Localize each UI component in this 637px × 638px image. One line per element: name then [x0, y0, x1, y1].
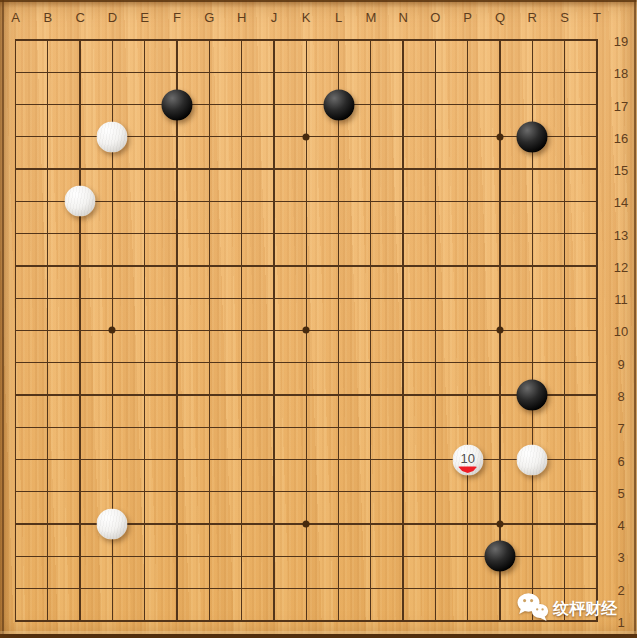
- column-label: T: [593, 10, 601, 23]
- star-point: [303, 327, 310, 334]
- column-label: B: [43, 10, 52, 23]
- row-label: 2: [617, 583, 624, 596]
- board-edge-bottom: [0, 634, 637, 638]
- column-label: N: [398, 10, 407, 23]
- column-label: K: [302, 10, 311, 23]
- watermark: 纹枰财经: [516, 592, 617, 626]
- stone-white-D4: [97, 509, 128, 540]
- grid-vertical-line: [402, 39, 403, 621]
- stone-white-R6: [517, 444, 548, 475]
- board-edge-top-band: [0, 2, 637, 8]
- wechat-icon: [516, 592, 549, 626]
- row-label: 1: [617, 615, 624, 628]
- grid-vertical-line: [467, 39, 468, 621]
- row-label: 14: [614, 196, 628, 209]
- row-label: 11: [614, 293, 628, 306]
- grid-vertical-line: [596, 39, 597, 621]
- grid-vertical-line: [435, 39, 436, 621]
- stone-white-C14: [65, 186, 96, 217]
- row-label: 7: [617, 422, 624, 435]
- grid-horizontal-line: [15, 362, 598, 363]
- column-label: E: [140, 10, 149, 23]
- stone-black-F17: [162, 89, 193, 120]
- stone-black-R16: [517, 121, 548, 152]
- column-label: D: [108, 10, 117, 23]
- column-label: S: [560, 10, 569, 23]
- column-label: R: [528, 10, 537, 23]
- row-label: 19: [614, 35, 628, 48]
- column-label: H: [237, 10, 246, 23]
- watermark-text: 纹枰财经: [553, 601, 617, 617]
- grid-vertical-line: [338, 39, 339, 621]
- grid-horizontal-line: [15, 427, 598, 428]
- stone-black-Q3: [485, 541, 516, 572]
- column-label: Q: [495, 10, 505, 23]
- star-point: [303, 521, 310, 528]
- column-label: O: [430, 10, 440, 23]
- column-label: A: [11, 10, 20, 23]
- star-point: [497, 521, 504, 528]
- grid-horizontal-line: [15, 620, 598, 621]
- column-label: J: [271, 10, 278, 23]
- star-point: [497, 133, 504, 140]
- stone-white-P6: 10: [452, 444, 483, 475]
- row-label: 4: [617, 519, 624, 532]
- column-label: F: [173, 10, 181, 23]
- row-label: 13: [614, 228, 628, 241]
- row-label: 9: [617, 357, 624, 370]
- go-board: ABCDEFGHJKLMNOPQRST 19181716151413121110…: [0, 0, 637, 638]
- column-label: L: [335, 10, 342, 23]
- board-edge-right: [634, 0, 636, 638]
- star-point: [303, 133, 310, 140]
- column-label: C: [75, 10, 84, 23]
- row-label: 5: [617, 486, 624, 499]
- column-label: G: [204, 10, 214, 23]
- row-label: 6: [617, 454, 624, 467]
- stone-black-R8: [517, 379, 548, 410]
- row-label: 3: [617, 551, 624, 564]
- grid-horizontal-line: [15, 394, 598, 395]
- column-label: P: [463, 10, 472, 23]
- grid-horizontal-line: [15, 459, 598, 460]
- board-vignette: [0, 0, 637, 638]
- row-label: 8: [617, 389, 624, 402]
- board-edge-left: [2, 0, 4, 638]
- row-label: 10: [614, 325, 628, 338]
- star-point: [497, 327, 504, 334]
- row-label: 16: [614, 131, 628, 144]
- stone-black-L17: [323, 89, 354, 120]
- grid-horizontal-line: [15, 491, 598, 492]
- board-edge-bottom-highlight: [0, 631, 637, 634]
- grid-horizontal-line: [15, 588, 598, 589]
- row-label: 17: [614, 99, 628, 112]
- board-edge-top: [0, 0, 637, 2]
- star-point: [109, 327, 116, 334]
- stone-white-D16: [97, 121, 128, 152]
- grid-vertical-line: [564, 39, 565, 621]
- grid-vertical-line: [370, 39, 371, 621]
- board-edge-left-band: [0, 0, 9, 638]
- row-label: 15: [614, 164, 628, 177]
- row-label: 18: [614, 67, 628, 80]
- go-board-screenshot: ABCDEFGHJKLMNOPQRST 19181716151413121110…: [0, 0, 637, 638]
- row-label: 12: [614, 260, 628, 273]
- column-label: M: [365, 10, 376, 23]
